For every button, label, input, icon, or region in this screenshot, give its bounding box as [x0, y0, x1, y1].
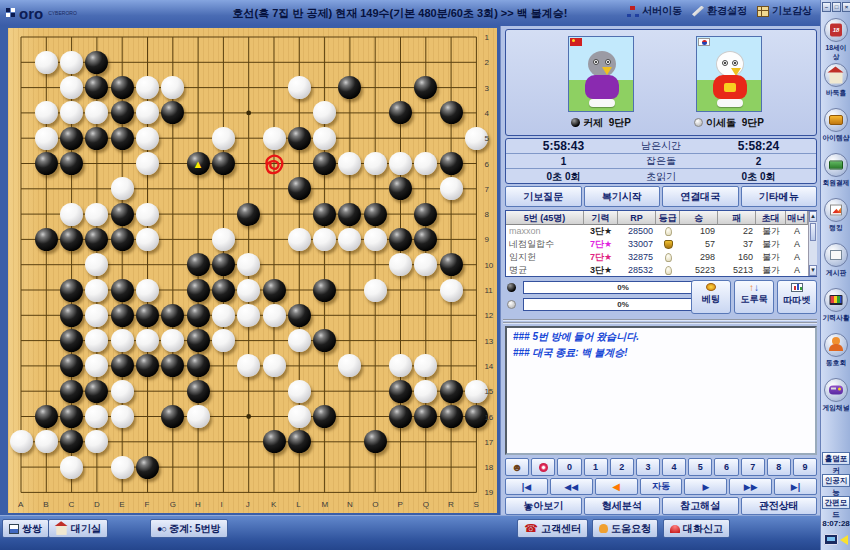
row-label-7: 7 — [484, 185, 488, 194]
white-stone-C8 — [60, 203, 83, 226]
row-label-19: 19 — [484, 488, 493, 497]
table-cell: 명균 — [506, 264, 584, 277]
variation-number-row: ☻0123456789 — [505, 458, 817, 476]
table-cell: 7단★ — [584, 251, 618, 264]
sidebar-text-button-0[interactable]: 홀덤포커 — [822, 452, 850, 465]
bet-button-2[interactable]: 따따벳 — [777, 280, 817, 314]
table-cell: 네점일합수 — [506, 238, 584, 251]
sidebar-item-label: 게시판 — [823, 269, 850, 278]
table-cell: 5223 — [680, 264, 718, 277]
black-stone-E5 — [111, 127, 134, 150]
row-label-18: 18 — [484, 463, 493, 472]
variation-button-3[interactable]: 3 — [636, 458, 660, 476]
white-stone-A17 — [10, 430, 33, 453]
table-cell: 37 — [718, 238, 756, 251]
sidebar-item-label: 회원결제 — [823, 179, 850, 188]
col-label-G: G — [170, 500, 176, 509]
white-stone-L9 — [288, 228, 311, 251]
menu-button-2[interactable]: 연결대국 — [662, 186, 739, 207]
row-label-3: 3 — [484, 84, 488, 93]
analysis-button-2[interactable]: 참고해설 — [662, 497, 739, 515]
network-icon — [627, 6, 639, 17]
table-row[interactable]: 명균3단★2853252235213불가A — [506, 264, 808, 277]
row-label-5: 5 — [484, 134, 488, 143]
black-stone-H15 — [187, 380, 210, 403]
taskbar-button-home[interactable]: 대기실 — [48, 519, 108, 538]
white-stone-D8 — [85, 203, 108, 226]
captures-label: 잡은돌 — [621, 154, 701, 168]
col-label-Q: Q — [423, 500, 429, 509]
logo-text: oro — [19, 6, 43, 21]
table-scrollbar[interactable]: ▲ ▼ — [808, 211, 817, 276]
col-label-E: E — [119, 500, 124, 509]
black-stone-K17 — [263, 430, 286, 453]
variation-button-9[interactable]: 9 — [793, 458, 817, 476]
stones-icon: ●○ — [157, 524, 166, 534]
col-label-B: B — [43, 500, 48, 509]
table-row[interactable]: maxxon3단★2850010922불가A — [506, 225, 808, 238]
white-stone-O11 — [364, 279, 387, 302]
col-label-S: S — [473, 500, 478, 509]
board-panel: ABCDEFGHIJKLMNOPQRS123456789101112131415… — [0, 26, 500, 515]
sidebar-item-8[interactable]: 게임채널 — [821, 378, 850, 413]
menu-button-row: 기보질문복기시작연결대국기타메뉴 — [505, 186, 817, 207]
black-stone-H13 — [187, 329, 210, 352]
black-stone-R10 — [440, 253, 463, 276]
sidebar: –□× 1818세이상바둑홀아이템샵회원결제랭킹게시판기력사활동호회게임채널 홀… — [820, 0, 850, 550]
sidebar-item-3[interactable]: 회원결제 — [821, 153, 850, 188]
time-label: 남은시간 — [621, 139, 701, 153]
pair-icon — [9, 524, 19, 534]
black-stone-icon — [507, 283, 516, 292]
titlebar-menu-label: 기보감상 — [772, 4, 812, 18]
black-stone-E4 — [111, 101, 134, 124]
col-label-H: H — [195, 500, 201, 509]
chat-message: ### 대국 종료: 백 불계승! — [513, 346, 809, 360]
variation-button-2[interactable]: 2 — [610, 458, 634, 476]
black-stone-M8 — [313, 203, 336, 226]
table-cell — [656, 225, 680, 238]
black-stone-C11 — [60, 279, 83, 302]
white-stone-C2 — [60, 51, 83, 74]
col-label-L: L — [296, 500, 300, 509]
black-stone-L7 — [288, 177, 311, 200]
white-stone-M9 — [313, 228, 336, 251]
egg-icon — [665, 266, 672, 275]
titlebar-menu: 서버이동환경설정기보감상 — [627, 4, 812, 18]
taskbar-button-phone[interactable]: ☎고객센터 — [517, 519, 588, 538]
white-stone-L16 — [288, 405, 311, 428]
sidebar-item-label: 동호회 — [823, 359, 850, 368]
white-stone-E13 — [111, 329, 134, 352]
kifu-grid-icon — [757, 6, 769, 17]
black-player-avatar — [568, 36, 634, 112]
nav-last-button[interactable]: ▶| — [774, 478, 817, 495]
col-label-P: P — [398, 500, 403, 509]
sidebar-item-label: 랭킹 — [823, 224, 850, 233]
row-label-1: 1 — [484, 33, 488, 42]
black-stone-B16 — [35, 405, 58, 428]
black-stone-P9 — [389, 228, 412, 251]
sidebar-item-label: 기력사활 — [823, 314, 850, 323]
chat-message: ### 5번 방에 들어 왔습니다. — [513, 330, 809, 344]
white-stone-K5 — [263, 127, 286, 150]
sidebar-item-4[interactable]: 랭킹 — [821, 198, 850, 233]
black-stone-H14 — [187, 354, 210, 377]
table-cell: 불가 — [756, 238, 786, 251]
taskbar-button-pair[interactable]: 쌍쌍 — [2, 519, 49, 538]
bulletin-board-icon — [824, 243, 848, 267]
white-stone-F6 — [136, 152, 159, 175]
titlebar-menu-kifu-grid[interactable]: 기보감상 — [757, 4, 812, 18]
white-stone-R11 — [440, 279, 463, 302]
sidebar-item-1[interactable]: 바둑홀 — [821, 63, 850, 98]
trophy-icon — [664, 240, 673, 249]
white-stone-F13 — [136, 329, 159, 352]
table-cell: 3단★ — [584, 264, 618, 277]
table-cell: 임지헌 — [506, 251, 584, 264]
white-stone-L3 — [288, 76, 311, 99]
table-cell: A — [786, 238, 808, 251]
table-header-4[interactable]: 승 — [680, 211, 718, 225]
titlebar-menu-tools[interactable]: 환경설정 — [692, 4, 747, 18]
scroll-up-icon[interactable]: ▲ — [809, 211, 817, 222]
black-stone-M11 — [313, 279, 336, 302]
game-title: 호선(흑 7집 반 공제) 현재 149수(기본 480분/60초 3회) >>… — [190, 6, 610, 21]
taskbar-button-helper[interactable]: 도움요청 — [592, 519, 658, 538]
replay-nav-row: |◀◀◀◀자동▶▶▶▶| — [505, 478, 817, 495]
titlebar-menu-label: 환경설정 — [707, 4, 747, 18]
nav-auto-button[interactable]: 자동 — [640, 478, 683, 495]
black-stone-G12 — [161, 304, 184, 327]
nav-back-button[interactable]: ◀ — [595, 478, 638, 495]
table-header-0[interactable]: 5번 (45명) — [506, 211, 584, 225]
table-cell: A — [786, 225, 808, 238]
sidebar-item-label: 게임채널 — [823, 404, 850, 413]
sidebar-text-button-1[interactable]: 인공지능 — [822, 474, 850, 487]
variation-button-5[interactable]: 5 — [688, 458, 712, 476]
white-stone-E7 — [111, 177, 134, 200]
black-byoyomi: 0초 0회 — [506, 170, 621, 184]
white-time: 5:58:24 — [701, 139, 816, 153]
home-icon — [56, 526, 66, 535]
black-stone-C6 — [60, 152, 83, 175]
white-stone-J12 — [237, 304, 260, 327]
black-stone-C16 — [60, 405, 83, 428]
black-stone-B9 — [35, 228, 58, 251]
coins-icon — [706, 283, 716, 291]
player-table: 5번 (45명)기력RP등급승패초대매너 maxxon3단★2850010922… — [505, 210, 817, 277]
table-header-7[interactable]: 매너 — [786, 211, 808, 225]
sidebar-item-label: 바둑홀 — [823, 89, 850, 98]
siren-icon — [670, 525, 680, 533]
black-stone-K11 — [263, 279, 286, 302]
korea-flag-icon — [698, 38, 710, 46]
table-header-3[interactable]: 등급 — [656, 211, 680, 225]
white-stone-F3 — [136, 76, 159, 99]
payment-card-icon — [824, 153, 848, 177]
egg-icon — [665, 227, 672, 236]
black-stone-D15 — [85, 380, 108, 403]
phone-icon: ☎ — [524, 522, 538, 535]
china-flag-icon — [570, 38, 582, 46]
variation-button-6[interactable]: 6 — [714, 458, 738, 476]
analysis-button-3[interactable]: 관전상태 — [741, 497, 818, 515]
table-header-1[interactable]: 기력 — [584, 211, 618, 225]
black-stone-B6 — [35, 152, 58, 175]
sidebar-item-5[interactable]: 게시판 — [821, 243, 850, 278]
timer-box: 5:58:43 남은시간 5:58:24 1 잡은돌 2 0초 0회 초읽기 0… — [505, 138, 817, 184]
white-stone-F11 — [136, 279, 159, 302]
row-label-8: 8 — [484, 210, 488, 219]
table-cell: 7단★ — [584, 238, 618, 251]
black-stone-J8 — [237, 203, 260, 226]
stone-face-button[interactable]: ☻ — [505, 458, 529, 476]
analysis-button-0[interactable]: 놓아보기 — [505, 497, 582, 515]
variation-button-7[interactable]: 7 — [741, 458, 765, 476]
person-icon — [824, 333, 848, 357]
table-cell: 3단★ — [584, 225, 618, 238]
black-stone-I10 — [212, 253, 235, 276]
col-label-C: C — [69, 500, 75, 509]
analysis-button-1[interactable]: 형세분석 — [584, 497, 661, 515]
white-stone-R7 — [440, 177, 463, 200]
black-stone-C5 — [60, 127, 83, 150]
white-stone-Q15 — [414, 380, 437, 403]
adult-door-icon: 18 — [824, 18, 848, 42]
variation-button-1[interactable]: 1 — [584, 458, 608, 476]
white-stone-C18 — [60, 456, 83, 479]
black-stone-F18 — [136, 456, 159, 479]
egg-icon — [665, 253, 672, 262]
sidebar-text-button-2[interactable]: 간편모드 — [822, 496, 850, 509]
row-label-2: 2 — [484, 58, 488, 67]
row-label-9: 9 — [484, 235, 488, 244]
menu-button-0[interactable]: 기보질문 — [505, 186, 582, 207]
scroll-down-icon[interactable]: ▼ — [809, 265, 817, 276]
black-stone-C9 — [60, 228, 83, 251]
black-stone-E12 — [111, 304, 134, 327]
black-stone-M16 — [313, 405, 336, 428]
black-stone-P15 — [389, 380, 412, 403]
monitor-icon[interactable] — [824, 534, 838, 545]
col-label-F: F — [145, 500, 150, 509]
row-label-10: 10 — [484, 261, 493, 270]
titlebar-menu-network[interactable]: 서버이동 — [627, 4, 682, 18]
table-cell: 57 — [680, 238, 718, 251]
logo-subtext: CYBERORO — [48, 10, 77, 16]
sidebar-item-6[interactable]: 기력사활 — [821, 288, 850, 323]
table-cell: 22 — [718, 225, 756, 238]
white-stone-O9 — [364, 228, 387, 251]
table-cell: 33007 — [618, 238, 656, 251]
row-label-15: 15 — [484, 387, 493, 396]
tools-icon — [692, 6, 704, 17]
row-label-14: 14 — [484, 362, 493, 371]
title-bar: oro CYBERORO 호선(흑 7집 반 공제) 현재 149수(기본 48… — [0, 0, 820, 26]
white-stone-B17 — [35, 430, 58, 453]
triangle-last-move-marker: ▲ — [193, 159, 204, 170]
nav-fast-back-button[interactable]: ◀◀ — [550, 478, 593, 495]
helper-icon — [599, 524, 608, 533]
table-cell — [656, 264, 680, 277]
white-stone-K12 — [263, 304, 286, 327]
black-stone-I11 — [212, 279, 235, 302]
bar-chart-icon — [791, 283, 803, 292]
table-header-6[interactable]: 초대 — [756, 211, 786, 225]
table-cell: 불가 — [756, 225, 786, 238]
separator — [503, 319, 817, 324]
sidebar-item-label: 18세이상 — [823, 44, 850, 62]
white-stone-icon — [694, 118, 703, 127]
variation-button-8[interactable]: 8 — [767, 458, 791, 476]
white-player-name: 이세돌 9단P — [659, 116, 799, 130]
right-panel: 커제 9단P 이세돌 9단P 5:58:43 남은시간 5:58:24 1 잡은… — [500, 26, 820, 515]
black-stone-Q8 — [414, 203, 437, 226]
white-player-avatar — [696, 36, 762, 112]
treasure-chest-icon — [824, 108, 848, 132]
scroll-thumb[interactable] — [810, 223, 816, 241]
white-stone-icon — [507, 300, 516, 309]
black-stone-L5 — [288, 127, 311, 150]
taskbar-button-siren[interactable]: 대화신고 — [663, 519, 730, 538]
black-stone-D5 — [85, 127, 108, 150]
table-header-5[interactable]: 패 — [718, 211, 756, 225]
white-stone-E18 — [111, 456, 134, 479]
black-stone-H12 — [187, 304, 210, 327]
white-stone-I9 — [212, 228, 235, 251]
col-label-M: M — [322, 500, 329, 509]
white-stone-I13 — [212, 329, 235, 352]
variation-button-0[interactable]: 0 — [557, 458, 581, 476]
table-cell — [656, 251, 680, 264]
oro-logo: oro CYBERORO — [6, 6, 77, 21]
black-stone-O17 — [364, 430, 387, 453]
black-stone-E11 — [111, 279, 134, 302]
monitor-icon — [824, 288, 848, 312]
variation-button-4[interactable]: 4 — [662, 458, 686, 476]
col-label-R: R — [448, 500, 454, 509]
black-stone-R4 — [440, 101, 463, 124]
white-byoyomi: 0초 0회 — [701, 170, 816, 184]
col-label-D: D — [94, 500, 100, 509]
maximize-button[interactable]: □ — [832, 2, 841, 12]
black-stone-E9 — [111, 228, 134, 251]
titlebar-menu-label: 서버이동 — [642, 4, 682, 18]
session-clock: 8:07:28 — [821, 519, 850, 528]
analysis-button-row: 놓아보기형세분석참고해설관전상태 — [505, 497, 817, 515]
col-label-I: I — [220, 500, 222, 509]
row-label-13: 13 — [484, 337, 493, 346]
chat-area[interactable]: ### 5번 방에 들어 왔습니다.### 대국 종료: 백 불계승! — [505, 326, 817, 455]
white-stone-E15 — [111, 380, 134, 403]
flower-button[interactable] — [531, 458, 555, 476]
go-board[interactable]: ABCDEFGHIJKLMNOPQRS123456789101112131415… — [8, 28, 497, 513]
black-stone-L17 — [288, 430, 311, 453]
black-stone-O8 — [364, 203, 387, 226]
table-header: 5번 (45명)기력RP등급승패초대매너 — [506, 211, 808, 225]
white-stone-O6 — [364, 152, 387, 175]
white-captures: 2 — [701, 156, 816, 167]
black-stone-E8 — [111, 203, 134, 226]
sidebar-item-7[interactable]: 동호회 — [821, 333, 850, 368]
logo-icon — [6, 8, 16, 18]
table-cell: 불가 — [756, 264, 786, 277]
row-label-11: 11 — [484, 286, 492, 295]
byoyomi-label: 초읽기 — [621, 170, 701, 184]
bet-button-0[interactable]: 베팅 — [691, 280, 731, 314]
row-label-6: 6 — [484, 160, 488, 169]
menu-button-3[interactable]: 기타메뉴 — [741, 186, 818, 207]
black-stone-N8 — [338, 203, 361, 226]
black-time: 5:58:43 — [506, 139, 621, 153]
white-stone-I5 — [212, 127, 235, 150]
white-player-character — [711, 51, 749, 107]
table-cell: 28500 — [618, 225, 656, 238]
sidebar-item-2[interactable]: 아이템샵 — [821, 108, 850, 143]
black-stone-R15 — [440, 380, 463, 403]
system-tray — [824, 534, 848, 545]
white-stone-K14 — [263, 354, 286, 377]
minimize-button[interactable]: – — [822, 2, 831, 12]
players-box: 커제 9단P 이세돌 9단P — [505, 29, 817, 136]
window-controls: –□× — [822, 2, 850, 12]
black-stone-icon — [571, 118, 580, 127]
black-captures: 1 — [506, 156, 621, 167]
black-stone-M6 — [313, 152, 336, 175]
white-stone-I12 — [212, 304, 235, 327]
col-label-K: K — [271, 500, 276, 509]
table-cell: 불가 — [756, 251, 786, 264]
white-stone-B5 — [35, 127, 58, 150]
black-player-character — [583, 51, 621, 107]
ranking-chart-icon — [824, 198, 848, 222]
col-label-J: J — [246, 500, 250, 509]
menu-button-1[interactable]: 복기시작 — [584, 186, 661, 207]
white-stone-M5 — [313, 127, 336, 150]
taskbar-button-stones[interactable]: ●○중계: 5번방 — [150, 519, 228, 538]
bet-button-1[interactable]: ↑↓도루묵 — [734, 280, 774, 314]
table-row[interactable]: 임지헌7단★32875298160불가A — [506, 251, 808, 264]
table-cell: 28532 — [618, 264, 656, 277]
white-stone-L15 — [288, 380, 311, 403]
black-stone-F12 — [136, 304, 159, 327]
table-cell: 5213 — [718, 264, 756, 277]
table-cell — [656, 238, 680, 251]
white-stone-D11 — [85, 279, 108, 302]
col-label-A: A — [18, 500, 23, 509]
sidebar-item-0[interactable]: 1818세이상 — [821, 18, 850, 63]
table-cell: 32875 — [618, 251, 656, 264]
black-stone-H11 — [187, 279, 210, 302]
nav-forward-button[interactable]: ▶ — [684, 478, 727, 495]
close-button[interactable]: × — [842, 2, 850, 12]
betting-row: 0% 0% 베팅↑↓도루묵따따벳 — [505, 280, 817, 316]
table-cell: 109 — [680, 225, 718, 238]
speaker-icon[interactable] — [840, 535, 848, 545]
nav-first-button[interactable]: |◀ — [505, 478, 548, 495]
app-window: oro CYBERORO 호선(흑 7집 반 공제) 현재 149수(기본 48… — [0, 0, 850, 550]
nav-fast-forward-button[interactable]: ▶▶ — [729, 478, 772, 495]
white-stone-J11 — [237, 279, 260, 302]
table-row[interactable]: 네점일합수7단★330075737불가A — [506, 238, 808, 251]
table-header-2[interactable]: RP — [618, 211, 656, 225]
col-label-N: N — [347, 500, 353, 509]
updown-arrows-icon: ↑↓ — [749, 282, 759, 293]
gamepad-icon — [824, 378, 848, 402]
row-label-16: 16 — [484, 413, 493, 422]
white-stone-F9 — [136, 228, 159, 251]
